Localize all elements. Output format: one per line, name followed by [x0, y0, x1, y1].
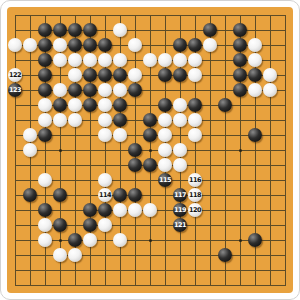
board-frame [0, 0, 300, 300]
go-board-window: 122123115116114117118119120121 [0, 0, 300, 300]
